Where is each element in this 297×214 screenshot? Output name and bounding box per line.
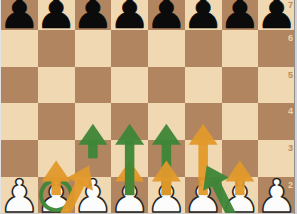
black-pawn[interactable]: ♟ bbox=[38, 0, 75, 31]
square-f6[interactable] bbox=[185, 30, 222, 67]
square-b4[interactable] bbox=[38, 103, 75, 140]
square-c6[interactable] bbox=[75, 30, 112, 67]
square-g4[interactable] bbox=[222, 103, 259, 140]
white-pawn[interactable]: ♟ bbox=[222, 178, 259, 214]
white-pawn[interactable]: ♟ bbox=[148, 178, 185, 214]
rank-coordinate: 6 bbox=[283, 34, 293, 43]
rank-coordinate: 7 bbox=[283, 1, 293, 10]
square-f2[interactable]: ♟ bbox=[185, 177, 222, 214]
white-pawn[interactable]: ♟ bbox=[111, 178, 148, 214]
square-d6[interactable] bbox=[111, 30, 148, 67]
square-c2[interactable]: ♟ bbox=[75, 177, 112, 214]
chess-board[interactable]: ♟♟♟♟♟♟♟♟♟♟♟♟♟♟♟♟ 234567 bbox=[0, 0, 297, 214]
black-pawn[interactable]: ♟ bbox=[222, 0, 259, 31]
square-b5[interactable] bbox=[38, 67, 75, 104]
board-grid: ♟♟♟♟♟♟♟♟♟♟♟♟♟♟♟♟ bbox=[1, 0, 295, 214]
square-c5[interactable] bbox=[75, 67, 112, 104]
rank-coordinate: 3 bbox=[283, 144, 293, 153]
square-b6[interactable] bbox=[38, 30, 75, 67]
square-e2[interactable]: ♟ bbox=[148, 177, 185, 214]
square-b2[interactable]: ♟ bbox=[38, 177, 75, 214]
square-e6[interactable] bbox=[148, 30, 185, 67]
square-c4[interactable] bbox=[75, 103, 112, 140]
square-f4[interactable] bbox=[185, 103, 222, 140]
square-e5[interactable] bbox=[148, 67, 185, 104]
white-pawn[interactable]: ♟ bbox=[1, 178, 38, 214]
square-a2[interactable]: ♟ bbox=[1, 177, 38, 214]
window-edge-right bbox=[294, 0, 297, 214]
square-e7[interactable]: ♟ bbox=[148, 0, 185, 30]
square-g7[interactable]: ♟ bbox=[222, 0, 259, 30]
square-b7[interactable]: ♟ bbox=[38, 0, 75, 30]
square-f5[interactable] bbox=[185, 67, 222, 104]
square-a7[interactable]: ♟ bbox=[1, 0, 38, 30]
square-a4[interactable] bbox=[1, 103, 38, 140]
square-a6[interactable] bbox=[1, 30, 38, 67]
black-pawn[interactable]: ♟ bbox=[75, 0, 112, 31]
square-g6[interactable] bbox=[222, 30, 259, 67]
rank-coordinate: 4 bbox=[283, 107, 293, 116]
square-e4[interactable] bbox=[148, 103, 185, 140]
square-g2[interactable]: ♟ bbox=[222, 177, 259, 214]
window-edge-bottom bbox=[0, 213, 294, 214]
white-pawn[interactable]: ♟ bbox=[38, 178, 75, 214]
square-g5[interactable] bbox=[222, 67, 259, 104]
black-pawn[interactable]: ♟ bbox=[1, 0, 38, 31]
square-d2[interactable]: ♟ bbox=[111, 177, 148, 214]
white-pawn[interactable]: ♟ bbox=[185, 178, 222, 214]
black-pawn[interactable]: ♟ bbox=[148, 0, 185, 31]
square-a5[interactable] bbox=[1, 67, 38, 104]
square-d4[interactable] bbox=[111, 103, 148, 140]
rank-coordinate: 5 bbox=[283, 71, 293, 80]
square-c7[interactable]: ♟ bbox=[75, 0, 112, 30]
rank-coordinate: 2 bbox=[283, 181, 293, 190]
square-d7[interactable]: ♟ bbox=[111, 0, 148, 30]
black-pawn[interactable]: ♟ bbox=[185, 0, 222, 31]
square-f7[interactable]: ♟ bbox=[185, 0, 222, 30]
black-pawn[interactable]: ♟ bbox=[111, 0, 148, 31]
white-pawn[interactable]: ♟ bbox=[75, 178, 112, 214]
square-d5[interactable] bbox=[111, 67, 148, 104]
